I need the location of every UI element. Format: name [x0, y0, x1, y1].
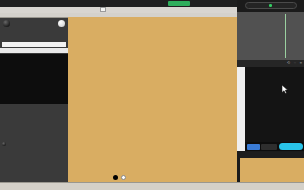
chat-overlay[interactable]: [245, 67, 304, 142]
live-chip[interactable]: [168, 1, 190, 6]
right-panel: ⟲ ◌ ≡: [237, 0, 304, 182]
live-dot-icon: [269, 4, 272, 7]
channel-tag[interactable]: [247, 144, 260, 150]
go-analysis-app: ⟲ ◌ ≡: [0, 0, 304, 190]
circle-icon[interactable]: ◌: [294, 60, 296, 67]
send-button[interactable]: [279, 143, 303, 150]
last-move-summary: [0, 48, 68, 53]
white-stone-icon: [121, 175, 126, 180]
winrate-graph[interactable]: [0, 54, 68, 104]
live-discussion-button[interactable]: [245, 2, 297, 9]
engine-tab[interactable]: [100, 7, 106, 12]
chat-input[interactable]: [261, 144, 277, 150]
left-panel: [0, 18, 68, 182]
chat-input-row: [245, 142, 304, 151]
mini-board[interactable]: [240, 158, 304, 182]
black-player-stone-icon: [3, 20, 10, 27]
dynamic-stone-icon: [2, 142, 6, 146]
refresh-icon[interactable]: ⟲: [287, 60, 290, 67]
capture-bar: [112, 175, 202, 181]
winrate-bar: [2, 42, 66, 47]
mouse-cursor: [282, 85, 289, 94]
menu-icon[interactable]: ≡: [300, 60, 302, 67]
go-board[interactable]: [68, 17, 237, 182]
move-list-strip[interactable]: [237, 67, 245, 151]
white-player-stone-icon: [58, 20, 65, 27]
tree-line: [285, 14, 286, 58]
dynamic-info: [2, 142, 68, 146]
tree-toolbar: ⟲ ◌ ≡: [237, 60, 304, 67]
variation-tree[interactable]: [237, 12, 304, 60]
black-stone-icon: [113, 175, 118, 180]
status-bar: [0, 182, 304, 190]
